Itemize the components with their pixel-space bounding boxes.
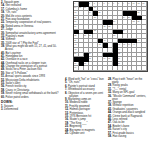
- cell-clue-number: 36: [84, 34, 86, 36]
- cell-clue-number: 34: [123, 29, 125, 31]
- cell-clue-number: 38: [113, 34, 115, 36]
- cell-clue-number: 28: [133, 20, 135, 22]
- cell-clue-number: 25: [128, 16, 130, 18]
- cell-clue-number: 1: [74, 2, 75, 4]
- clue-number: 58.: [108, 135, 112, 138]
- down-clue: 8. Objective of a seven-per-cent solutio…: [65, 92, 105, 98]
- cell-clue-number: 49: [118, 48, 120, 50]
- cell-clue-number: 52: [118, 52, 120, 54]
- cell-clue-number: 43: [99, 43, 101, 45]
- cell-clue-number: 50: [74, 52, 76, 54]
- down-clue: 58. Hair-raising: [108, 135, 149, 138]
- cell-clue-number: 15: [79, 6, 81, 8]
- down-clue-list-3: 28. Play it with "heart" on the piano29.…: [108, 78, 149, 138]
- down-clues-column-3: 28. Play it with "heart" on the piano29.…: [108, 78, 149, 138]
- down-clue-list-1: 1. Sojourn3. Determined: [1, 105, 63, 111]
- grid-cell[interactable]: [142, 66, 147, 71]
- cell-clue-number: 12: [137, 2, 139, 4]
- clue-number: 36.: [108, 95, 112, 98]
- cell-clue-number: 22: [74, 16, 76, 18]
- cell-clue-number: 27: [113, 20, 115, 22]
- cell-clue-number: 41: [137, 39, 139, 41]
- cell-clue-number: 14: [74, 6, 76, 8]
- down-clues-column-2: 4. Word with "hot" or "cross" bun5. "Oh,…: [65, 78, 105, 135]
- cell-clue-number: 59: [118, 62, 120, 64]
- across-clue: 39. What you might do with 15, 27, 41, a…: [1, 45, 63, 51]
- cell-clue-number: 7: [113, 2, 114, 4]
- cell-clue-number: 26: [74, 20, 76, 22]
- cell-clue-number: 18: [74, 11, 76, 13]
- cell-clue-number: 3: [94, 2, 95, 4]
- cell-clue-number: 16: [84, 6, 86, 8]
- cell-clue-number: 11: [133, 2, 135, 4]
- cell-clue-number: 24: [123, 16, 125, 18]
- cell-clue-number: 53: [89, 57, 91, 59]
- down-clue: 36. "Missile Command" centers, once: [108, 95, 149, 101]
- across-clue: 59. Never risking small withdrawals at t…: [1, 92, 63, 95]
- cell-clue-number: 31: [103, 25, 105, 27]
- cell-clue-number: 33: [94, 29, 96, 31]
- down-clue: 25. Cylinder unit: [65, 132, 105, 135]
- across-clues-column: 2. Squash gem14. Get revealed17. Columbu…: [1, 1, 63, 112]
- cell-clue-number: 58: [84, 62, 86, 64]
- cell-clue-number: 44: [118, 43, 120, 45]
- clue-number: 28.: [108, 78, 112, 81]
- cell-clue-number: 2: [89, 2, 90, 4]
- cell-clue-number: 32: [108, 25, 110, 27]
- clue-number: 25.: [65, 132, 69, 135]
- cell-clue-number: 4: [99, 2, 100, 4]
- cell-clue-number: 57: [74, 62, 76, 64]
- cell-clue-number: 40: [103, 39, 105, 41]
- cell-clue-number: 23: [94, 16, 96, 18]
- cell-clue-number: 56: [118, 57, 120, 59]
- across-clue: 60. Police patrol orders: [1, 96, 63, 99]
- cell-clue-number: 30: [74, 25, 76, 27]
- cell-clue-number: 10: [128, 2, 130, 4]
- cell-clue-number: 51: [89, 52, 91, 54]
- cell-clue-number: 48: [74, 48, 76, 50]
- cell-clue-number: 17: [94, 6, 96, 8]
- down-clue-list-2: 4. Word with "hot" or "cross" bun5. "Oh,…: [65, 78, 105, 135]
- cell-clue-number: 20: [99, 11, 101, 13]
- clue-number: 39.: [1, 45, 5, 48]
- clue-number: 8.: [65, 92, 67, 95]
- cell-clue-number: 55: [108, 57, 110, 59]
- cell-clue-number: 42: [74, 43, 76, 45]
- cell-clue-number: 45: [123, 43, 125, 45]
- cell-clue-number: 8: [118, 2, 119, 4]
- down-clue: 3. Determined: [1, 108, 63, 111]
- cell-clue-number: 39: [74, 39, 76, 41]
- down-section-header: DOWN:: [1, 100, 63, 104]
- cell-clue-number: 6: [108, 2, 109, 4]
- cell-clue-number: 37: [89, 34, 91, 36]
- clue-number: 60.: [1, 96, 5, 99]
- cell-clue-number: 13: [142, 2, 144, 4]
- cell-clue-number: 54: [103, 57, 105, 59]
- cell-clue-number: 19: [89, 11, 91, 13]
- cell-clue-number: 46: [128, 43, 130, 45]
- clue-number: 3.: [1, 108, 3, 111]
- cell-clue-number: 21: [137, 11, 139, 13]
- cell-clue-number: 29: [137, 20, 139, 22]
- down-clue: 44. Orange-and-black songbird: [108, 111, 149, 114]
- cell-clue-number: 47: [133, 43, 135, 45]
- crossword-grid: 1234567891011121314151617181920212223242…: [73, 1, 148, 72]
- cell-clue-number: 5: [103, 2, 104, 4]
- across-clue-list: 2. Squash gem14. Get revealed17. Columbu…: [1, 1, 63, 99]
- cell-clue-number: 35: [74, 34, 76, 36]
- cell-clue-number: 60: [74, 66, 76, 68]
- cell-clue-number: 9: [123, 2, 124, 4]
